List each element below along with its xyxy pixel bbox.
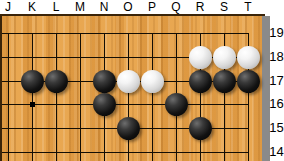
black-stone-K17 <box>21 70 44 93</box>
column-label-P: P <box>143 0 161 14</box>
white-stone-T18 <box>237 46 260 69</box>
row-label-14: 14 <box>269 145 284 159</box>
column-label-O: O <box>119 0 137 14</box>
grid-vline-P <box>152 33 153 161</box>
column-label-M: M <box>71 0 89 14</box>
black-stone-L17 <box>45 70 68 93</box>
white-stone-O17 <box>117 70 140 93</box>
black-stone-N17 <box>93 70 116 93</box>
grid-vline-J <box>8 33 9 161</box>
star-point-K16 <box>30 102 35 107</box>
black-stone-S17 <box>213 70 236 93</box>
board-top-edge <box>0 14 265 16</box>
white-stone-S18 <box>213 46 236 69</box>
row-label-19: 19 <box>269 26 284 40</box>
column-label-J: J <box>0 0 17 14</box>
column-label-L: L <box>47 0 65 14</box>
grid-vline-L <box>56 33 57 161</box>
column-label-S: S <box>215 0 233 14</box>
white-stone-P17 <box>141 70 164 93</box>
white-stone-R18 <box>189 46 212 69</box>
row-label-15: 15 <box>269 121 284 135</box>
grid-vline-O <box>128 33 129 161</box>
row-label-16: 16 <box>269 97 284 111</box>
grid-vline-M <box>80 33 81 161</box>
grid-hline-16 <box>0 104 249 105</box>
black-stone-R17 <box>189 70 212 93</box>
board-left-edge <box>0 14 2 161</box>
grid-hline-19 <box>0 33 249 34</box>
row-label-18: 18 <box>269 50 284 64</box>
column-label-Q: Q <box>167 0 185 14</box>
column-label-T: T <box>239 0 257 14</box>
column-label-N: N <box>95 0 113 14</box>
go-board-diagram: JKLMNOPQRST 191817161514 <box>0 0 284 161</box>
grid-hline-14 <box>0 152 249 153</box>
column-label-R: R <box>191 0 209 14</box>
column-label-K: K <box>23 0 41 14</box>
black-stone-T17 <box>237 70 260 93</box>
grid-vline-K <box>32 33 33 161</box>
row-label-17: 17 <box>269 74 284 88</box>
